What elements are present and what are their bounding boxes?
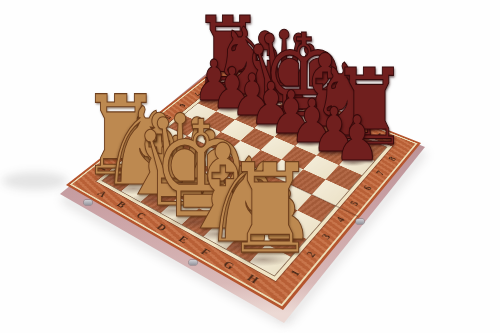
chess-set-photo: AABBCCDDEEFFGGHH1122334455667788 ♜♞♝♛♚♝♞… bbox=[0, 0, 500, 333]
hinge-hardware-layer bbox=[0, 0, 500, 333]
latch-front-icon bbox=[189, 260, 197, 265]
latch-left-icon bbox=[84, 200, 92, 205]
hinge-right-icon bbox=[356, 219, 364, 224]
